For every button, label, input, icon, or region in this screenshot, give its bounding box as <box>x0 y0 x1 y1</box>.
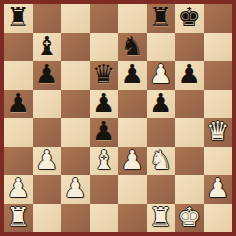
square-d1[interactable] <box>90 204 119 233</box>
square-h6[interactable] <box>204 61 233 90</box>
square-g8[interactable]: ♚ <box>175 4 204 33</box>
square-d2[interactable] <box>90 175 119 204</box>
piece-black-pawn[interactable]: ♟ <box>121 61 144 89</box>
square-e2[interactable] <box>118 175 147 204</box>
square-b3[interactable]: ♟ <box>33 147 62 176</box>
square-c8[interactable] <box>61 4 90 33</box>
square-a1[interactable]: ♜ <box>4 204 33 233</box>
square-b6[interactable]: ♟ <box>33 61 62 90</box>
square-c4[interactable] <box>61 118 90 147</box>
square-g3[interactable] <box>175 147 204 176</box>
square-d5[interactable]: ♟ <box>90 90 119 119</box>
square-e6[interactable]: ♟ <box>118 61 147 90</box>
piece-black-pawn[interactable]: ♟ <box>7 90 30 118</box>
square-a3[interactable] <box>4 147 33 176</box>
square-c2[interactable]: ♟ <box>61 175 90 204</box>
square-g7[interactable] <box>175 33 204 62</box>
piece-white-knight[interactable]: ♞ <box>149 147 172 175</box>
square-c3[interactable] <box>61 147 90 176</box>
piece-white-king[interactable]: ♚ <box>178 204 201 232</box>
square-h1[interactable] <box>204 204 233 233</box>
square-b4[interactable] <box>33 118 62 147</box>
square-h4[interactable]: ♛ <box>204 118 233 147</box>
piece-white-queen[interactable]: ♛ <box>206 118 229 146</box>
square-c7[interactable] <box>61 33 90 62</box>
piece-black-rook[interactable]: ♜ <box>149 4 172 32</box>
piece-black-pawn[interactable]: ♟ <box>92 118 115 146</box>
square-b7[interactable]: ♝ <box>33 33 62 62</box>
square-b1[interactable] <box>33 204 62 233</box>
square-d7[interactable] <box>90 33 119 62</box>
piece-white-bishop[interactable]: ♝ <box>92 147 115 175</box>
square-b2[interactable] <box>33 175 62 204</box>
square-f1[interactable]: ♜ <box>147 204 176 233</box>
square-a2[interactable]: ♟ <box>4 175 33 204</box>
square-f6[interactable]: ♟ <box>147 61 176 90</box>
square-f4[interactable] <box>147 118 176 147</box>
piece-black-queen[interactable]: ♛ <box>92 61 115 89</box>
square-f3[interactable]: ♞ <box>147 147 176 176</box>
board-frame: ♜♜♚♝♞♟♛♟♟♟♟♟♟♟♛♟♝♟♞♟♟♟♜♜♚ <box>0 0 236 236</box>
chess-board[interactable]: ♜♜♚♝♞♟♛♟♟♟♟♟♟♟♛♟♝♟♞♟♟♟♜♜♚ <box>4 4 232 232</box>
square-d6[interactable]: ♛ <box>90 61 119 90</box>
square-f2[interactable] <box>147 175 176 204</box>
square-g6[interactable]: ♟ <box>175 61 204 90</box>
piece-white-pawn[interactable]: ♟ <box>121 147 144 175</box>
piece-black-rook[interactable]: ♜ <box>7 4 30 32</box>
piece-black-knight[interactable]: ♞ <box>121 33 144 61</box>
piece-white-pawn[interactable]: ♟ <box>64 175 87 203</box>
square-g4[interactable] <box>175 118 204 147</box>
square-g2[interactable] <box>175 175 204 204</box>
piece-white-pawn[interactable]: ♟ <box>7 175 30 203</box>
square-c5[interactable] <box>61 90 90 119</box>
chess-diagram: ♜♜♚♝♞♟♛♟♟♟♟♟♟♟♛♟♝♟♞♟♟♟♜♜♚ <box>0 0 236 236</box>
piece-black-bishop[interactable]: ♝ <box>35 33 58 61</box>
square-h2[interactable]: ♟ <box>204 175 233 204</box>
square-h7[interactable] <box>204 33 233 62</box>
piece-black-pawn[interactable]: ♟ <box>92 90 115 118</box>
square-d8[interactable] <box>90 4 119 33</box>
square-b8[interactable] <box>33 4 62 33</box>
square-f8[interactable]: ♜ <box>147 4 176 33</box>
square-f7[interactable] <box>147 33 176 62</box>
square-a7[interactable] <box>4 33 33 62</box>
square-f5[interactable]: ♟ <box>147 90 176 119</box>
square-e5[interactable] <box>118 90 147 119</box>
square-a8[interactable]: ♜ <box>4 4 33 33</box>
square-g5[interactable] <box>175 90 204 119</box>
square-e7[interactable]: ♞ <box>118 33 147 62</box>
piece-black-pawn[interactable]: ♟ <box>149 90 172 118</box>
piece-white-pawn[interactable]: ♟ <box>149 61 172 89</box>
square-a4[interactable] <box>4 118 33 147</box>
piece-white-pawn[interactable]: ♟ <box>35 147 58 175</box>
square-h5[interactable] <box>204 90 233 119</box>
square-c6[interactable] <box>61 61 90 90</box>
square-d4[interactable]: ♟ <box>90 118 119 147</box>
square-c1[interactable] <box>61 204 90 233</box>
square-h8[interactable] <box>204 4 233 33</box>
piece-black-king[interactable]: ♚ <box>178 4 201 32</box>
square-e8[interactable] <box>118 4 147 33</box>
square-d3[interactable]: ♝ <box>90 147 119 176</box>
piece-white-pawn[interactable]: ♟ <box>206 175 229 203</box>
square-e3[interactable]: ♟ <box>118 147 147 176</box>
square-g1[interactable]: ♚ <box>175 204 204 233</box>
square-e4[interactable] <box>118 118 147 147</box>
piece-black-pawn[interactable]: ♟ <box>178 61 201 89</box>
square-h3[interactable] <box>204 147 233 176</box>
piece-white-rook[interactable]: ♜ <box>7 204 30 232</box>
square-a5[interactable]: ♟ <box>4 90 33 119</box>
square-b5[interactable] <box>33 90 62 119</box>
piece-black-pawn[interactable]: ♟ <box>35 61 58 89</box>
piece-white-rook[interactable]: ♜ <box>149 204 172 232</box>
square-e1[interactable] <box>118 204 147 233</box>
square-a6[interactable] <box>4 61 33 90</box>
